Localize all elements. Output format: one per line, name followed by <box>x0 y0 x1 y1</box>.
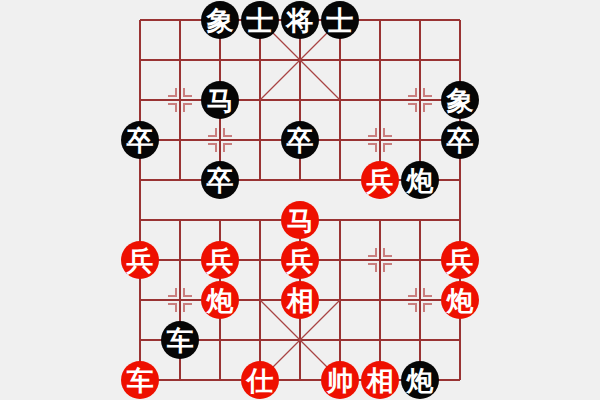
piece-red-pawn[interactable]: 兵 <box>281 241 319 279</box>
piece-red-pawn[interactable]: 兵 <box>201 241 239 279</box>
piece-black-pawn[interactable]: 卒 <box>201 161 239 199</box>
piece-black-elephant[interactable]: 象 <box>441 81 479 119</box>
pieces-layer: 象士将士马象卒卒卒卒兵炮马兵兵兵兵炮相炮车车仕帅相炮 <box>120 0 480 400</box>
xiangqi-board: 象士将士马象卒卒卒卒兵炮马兵兵兵兵炮相炮车车仕帅相炮 <box>0 0 600 400</box>
piece-black-advisor[interactable]: 士 <box>321 1 359 39</box>
piece-red-cannon[interactable]: 炮 <box>201 281 239 319</box>
piece-black-cannon[interactable]: 炮 <box>401 361 439 399</box>
piece-black-pawn[interactable]: 卒 <box>281 121 319 159</box>
piece-black-pawn[interactable]: 卒 <box>441 121 479 159</box>
piece-black-cannon[interactable]: 炮 <box>401 161 439 199</box>
piece-red-pawn[interactable]: 兵 <box>441 241 479 279</box>
piece-black-elephant[interactable]: 象 <box>201 1 239 39</box>
piece-red-pawn[interactable]: 兵 <box>361 161 399 199</box>
piece-red-pawn[interactable]: 兵 <box>121 241 159 279</box>
piece-black-pawn[interactable]: 卒 <box>121 121 159 159</box>
piece-red-horse[interactable]: 马 <box>281 201 319 239</box>
piece-black-general[interactable]: 将 <box>281 1 319 39</box>
piece-red-cannon[interactable]: 炮 <box>441 281 479 319</box>
piece-red-elephant[interactable]: 相 <box>361 361 399 399</box>
piece-red-advisor[interactable]: 仕 <box>241 361 279 399</box>
piece-black-chariot[interactable]: 车 <box>161 321 199 359</box>
piece-red-elephant[interactable]: 相 <box>281 281 319 319</box>
piece-red-general[interactable]: 帅 <box>321 361 359 399</box>
piece-black-advisor[interactable]: 士 <box>241 1 279 39</box>
piece-red-chariot[interactable]: 车 <box>121 361 159 399</box>
piece-black-horse[interactable]: 马 <box>201 81 239 119</box>
